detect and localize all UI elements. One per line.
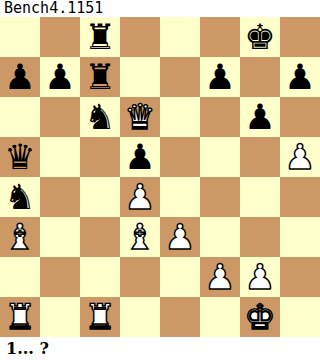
- white-rook[interactable]: ♜: [0, 297, 40, 337]
- white-pawn[interactable]: ♟: [120, 177, 160, 217]
- title-bar: Bench4.1151: [0, 0, 320, 17]
- square-e1[interactable]: [160, 297, 200, 337]
- black-knight[interactable]: ♞: [80, 97, 120, 137]
- square-d1[interactable]: [120, 297, 160, 337]
- square-c1[interactable]: ♜: [80, 297, 120, 337]
- square-e2[interactable]: [160, 257, 200, 297]
- square-g5[interactable]: [240, 137, 280, 177]
- square-g8[interactable]: ♚: [240, 17, 280, 57]
- square-e7[interactable]: [160, 57, 200, 97]
- square-a2[interactable]: [0, 257, 40, 297]
- square-h4[interactable]: [280, 177, 320, 217]
- square-g1[interactable]: ♚: [240, 297, 280, 337]
- black-king[interactable]: ♚: [240, 17, 280, 57]
- square-h2[interactable]: [280, 257, 320, 297]
- square-e3[interactable]: ♟: [160, 217, 200, 257]
- square-h8[interactable]: [280, 17, 320, 57]
- square-b7[interactable]: ♟: [40, 57, 80, 97]
- white-pawn[interactable]: ♟: [240, 257, 280, 297]
- square-d6[interactable]: ♛: [120, 97, 160, 137]
- black-pawn[interactable]: ♟: [280, 57, 320, 97]
- square-g4[interactable]: [240, 177, 280, 217]
- square-b6[interactable]: [40, 97, 80, 137]
- square-f5[interactable]: [200, 137, 240, 177]
- move-prompt: 1... ?: [6, 339, 49, 358]
- square-h7[interactable]: ♟: [280, 57, 320, 97]
- square-c8[interactable]: ♜: [80, 17, 120, 57]
- white-pawn[interactable]: ♟: [280, 137, 320, 177]
- square-b5[interactable]: [40, 137, 80, 177]
- square-g2[interactable]: ♟: [240, 257, 280, 297]
- square-e5[interactable]: [160, 137, 200, 177]
- square-d4[interactable]: ♟: [120, 177, 160, 217]
- square-c2[interactable]: [80, 257, 120, 297]
- black-pawn[interactable]: ♟: [240, 97, 280, 137]
- square-a8[interactable]: [0, 17, 40, 57]
- white-queen[interactable]: ♛: [120, 97, 160, 137]
- square-c3[interactable]: [80, 217, 120, 257]
- black-rook[interactable]: ♜: [80, 17, 120, 57]
- white-rook[interactable]: ♜: [80, 297, 120, 337]
- black-pawn[interactable]: ♟: [0, 57, 40, 97]
- square-c4[interactable]: [80, 177, 120, 217]
- square-d2[interactable]: [120, 257, 160, 297]
- square-h1[interactable]: [280, 297, 320, 337]
- square-a4[interactable]: ♞: [0, 177, 40, 217]
- square-e8[interactable]: [160, 17, 200, 57]
- square-g6[interactable]: ♟: [240, 97, 280, 137]
- square-f3[interactable]: [200, 217, 240, 257]
- square-b2[interactable]: [40, 257, 80, 297]
- black-pawn[interactable]: ♟: [200, 57, 240, 97]
- black-pawn[interactable]: ♟: [40, 57, 80, 97]
- square-a7[interactable]: ♟: [0, 57, 40, 97]
- square-b3[interactable]: [40, 217, 80, 257]
- square-a1[interactable]: ♜: [0, 297, 40, 337]
- square-b8[interactable]: [40, 17, 80, 57]
- square-c6[interactable]: ♞: [80, 97, 120, 137]
- white-bishop[interactable]: ♝: [0, 217, 40, 257]
- white-pawn[interactable]: ♟: [160, 217, 200, 257]
- black-rook[interactable]: ♜: [80, 57, 120, 97]
- square-d8[interactable]: [120, 17, 160, 57]
- square-f6[interactable]: [200, 97, 240, 137]
- black-queen[interactable]: ♛: [0, 137, 40, 177]
- status-bar: 1... ?: [0, 337, 320, 360]
- square-f7[interactable]: ♟: [200, 57, 240, 97]
- black-pawn[interactable]: ♟: [120, 137, 160, 177]
- white-bishop[interactable]: ♝: [120, 217, 160, 257]
- square-h3[interactable]: [280, 217, 320, 257]
- square-b1[interactable]: [40, 297, 80, 337]
- white-pawn[interactable]: ♟: [200, 257, 240, 297]
- square-f4[interactable]: [200, 177, 240, 217]
- square-f8[interactable]: [200, 17, 240, 57]
- white-king[interactable]: ♚: [240, 297, 280, 337]
- square-f1[interactable]: [200, 297, 240, 337]
- square-e6[interactable]: [160, 97, 200, 137]
- square-d5[interactable]: ♟: [120, 137, 160, 177]
- square-d3[interactable]: ♝: [120, 217, 160, 257]
- chess-board: ♜♚♟♟♜♟♟♞♛♟♛♟♟♞♟♝♝♟♟♟♜♜♚: [0, 17, 320, 337]
- square-a5[interactable]: ♛: [0, 137, 40, 177]
- square-g3[interactable]: [240, 217, 280, 257]
- black-knight[interactable]: ♞: [0, 177, 40, 217]
- square-f2[interactable]: ♟: [200, 257, 240, 297]
- square-d7[interactable]: [120, 57, 160, 97]
- square-c7[interactable]: ♜: [80, 57, 120, 97]
- square-a6[interactable]: [0, 97, 40, 137]
- square-h5[interactable]: ♟: [280, 137, 320, 177]
- square-c5[interactable]: [80, 137, 120, 177]
- square-a3[interactable]: ♝: [0, 217, 40, 257]
- square-e4[interactable]: [160, 177, 200, 217]
- square-b4[interactable]: [40, 177, 80, 217]
- square-h6[interactable]: [280, 97, 320, 137]
- square-g7[interactable]: [240, 57, 280, 97]
- puzzle-title: Bench4.1151: [4, 0, 103, 17]
